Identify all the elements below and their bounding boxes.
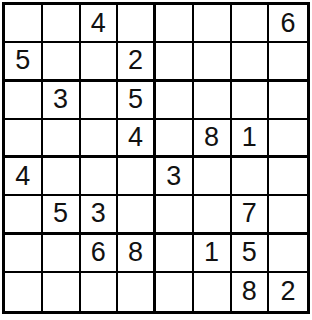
cell-r6c8[interactable] [269, 196, 307, 234]
cell-r4c1[interactable] [5, 120, 43, 158]
cell-r2c6[interactable] [194, 43, 232, 81]
cell-r1c3[interactable]: 4 [81, 5, 119, 43]
cell-r5c2[interactable] [43, 158, 81, 196]
cell-r8c2[interactable] [43, 273, 81, 311]
cell-r4c3[interactable] [81, 120, 119, 158]
cell-r7c1[interactable] [5, 235, 43, 273]
sudoku-board: 46523548143537681582 [2, 2, 310, 314]
cell-r3c1[interactable] [5, 82, 43, 120]
cell-r6c3[interactable]: 3 [81, 196, 119, 234]
cell-r3c7[interactable] [232, 82, 270, 120]
cell-r1c2[interactable] [43, 5, 81, 43]
cell-r2c1[interactable]: 5 [5, 43, 43, 81]
cell-r1c5[interactable] [156, 5, 194, 43]
cell-r3c8[interactable] [269, 82, 307, 120]
cell-r4c8[interactable] [269, 120, 307, 158]
cell-r5c1[interactable]: 4 [5, 158, 43, 196]
cell-r2c5[interactable] [156, 43, 194, 81]
cell-r2c7[interactable] [232, 43, 270, 81]
cell-r6c7[interactable]: 7 [232, 196, 270, 234]
cell-r8c1[interactable] [5, 273, 43, 311]
cell-r5c7[interactable] [232, 158, 270, 196]
cell-r3c2[interactable]: 3 [43, 82, 81, 120]
cell-r1c4[interactable] [118, 5, 156, 43]
cell-r3c5[interactable] [156, 82, 194, 120]
cell-r6c4[interactable] [118, 196, 156, 234]
cell-r1c6[interactable] [194, 5, 232, 43]
cell-r2c2[interactable] [43, 43, 81, 81]
cell-r6c2[interactable]: 5 [43, 196, 81, 234]
cell-r8c8[interactable]: 2 [269, 273, 307, 311]
cell-r6c1[interactable] [5, 196, 43, 234]
cell-r4c7[interactable]: 1 [232, 120, 270, 158]
cell-r5c8[interactable] [269, 158, 307, 196]
cell-r8c7[interactable]: 8 [232, 273, 270, 311]
cell-r5c6[interactable] [194, 158, 232, 196]
cell-r8c5[interactable] [156, 273, 194, 311]
cell-r7c8[interactable] [269, 235, 307, 273]
cell-r1c7[interactable] [232, 5, 270, 43]
cell-r5c3[interactable] [81, 158, 119, 196]
cell-r4c4[interactable]: 4 [118, 120, 156, 158]
cell-r8c6[interactable] [194, 273, 232, 311]
cell-r7c6[interactable]: 1 [194, 235, 232, 273]
cell-r2c4[interactable]: 2 [118, 43, 156, 81]
cell-r3c6[interactable] [194, 82, 232, 120]
cell-r1c8[interactable]: 6 [269, 5, 307, 43]
cell-r6c6[interactable] [194, 196, 232, 234]
cell-r7c3[interactable]: 6 [81, 235, 119, 273]
cell-r5c4[interactable] [118, 158, 156, 196]
cell-r7c4[interactable]: 8 [118, 235, 156, 273]
cell-r7c5[interactable] [156, 235, 194, 273]
cell-r1c1[interactable] [5, 5, 43, 43]
cell-r8c3[interactable] [81, 273, 119, 311]
cell-r5c5[interactable]: 3 [156, 158, 194, 196]
cell-r2c3[interactable] [81, 43, 119, 81]
cell-r3c3[interactable] [81, 82, 119, 120]
cell-r6c5[interactable] [156, 196, 194, 234]
cell-r4c5[interactable] [156, 120, 194, 158]
cell-r2c8[interactable] [269, 43, 307, 81]
cell-r3c4[interactable]: 5 [118, 82, 156, 120]
cell-r7c7[interactable]: 5 [232, 235, 270, 273]
cell-r7c2[interactable] [43, 235, 81, 273]
cell-r4c2[interactable] [43, 120, 81, 158]
cell-r8c4[interactable] [118, 273, 156, 311]
cell-r4c6[interactable]: 8 [194, 120, 232, 158]
